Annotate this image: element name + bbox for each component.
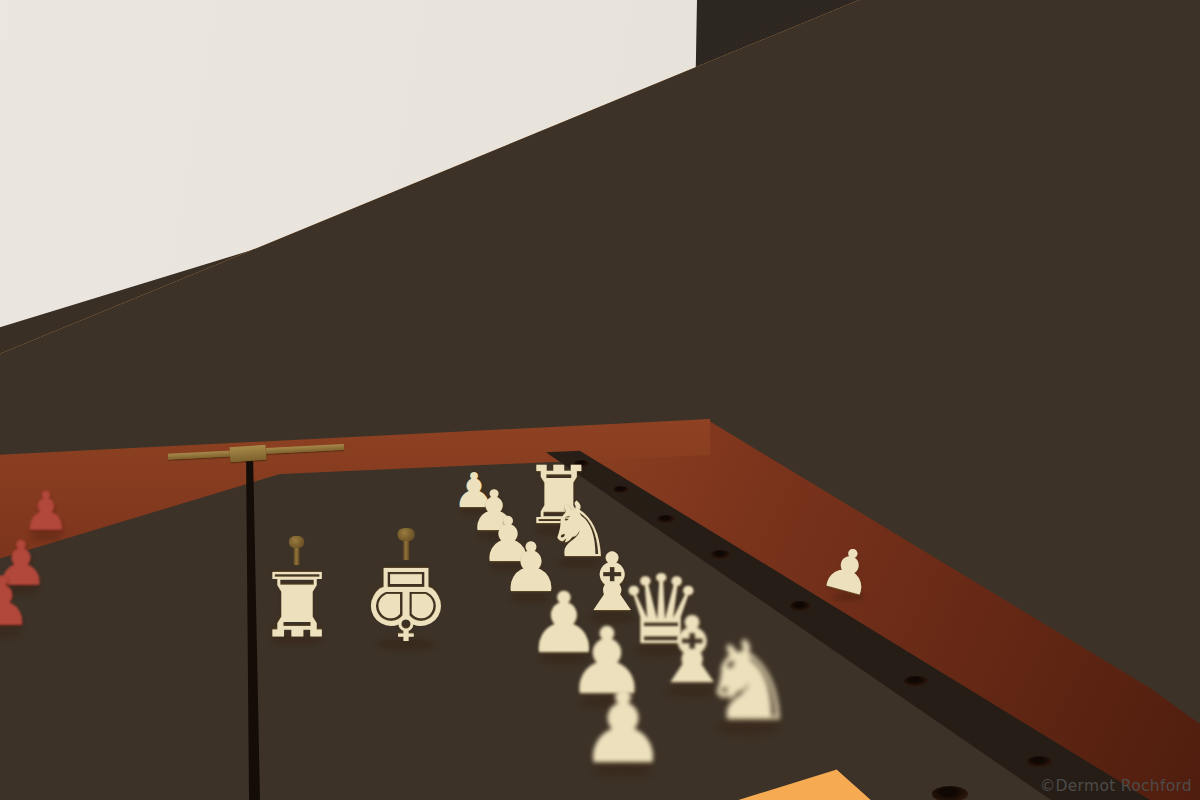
photo-antique-travel-chess-set: ♟♟♟♜♚♟♟♟♟♜♞♝♟♟♟♛♝♞♟ ©Dermot Rochford xyxy=(0,0,1200,800)
brass-peg xyxy=(294,545,300,564)
chess-piece-white-king-upside-down[interactable]: ♚ xyxy=(361,556,451,648)
brass-peg-knob xyxy=(290,536,305,547)
watermark: ©Dermot Rochford xyxy=(1040,777,1192,795)
pawn-glyph: ♟ xyxy=(0,571,32,634)
knight-glyph: ♞ xyxy=(699,631,798,732)
brass-peg xyxy=(403,538,409,560)
king-glyph: ♚ xyxy=(361,556,451,648)
chess-piece-white-rook-upside-down[interactable]: ♜ xyxy=(258,561,337,642)
rook-glyph: ♜ xyxy=(258,561,337,642)
chess-piece-white-knight[interactable]: ♞ xyxy=(699,631,798,732)
chess-piece-red-pawn[interactable]: ♟ xyxy=(0,571,32,634)
brass-peg-knob xyxy=(398,528,415,541)
pawn-glyph: ♟ xyxy=(816,539,880,604)
pieces-layer: ♟♟♟♜♚♟♟♟♟♜♞♝♟♟♟♛♝♞♟ xyxy=(0,0,1200,800)
chess-piece-white-pawn-leaning[interactable]: ♟ xyxy=(822,545,874,598)
